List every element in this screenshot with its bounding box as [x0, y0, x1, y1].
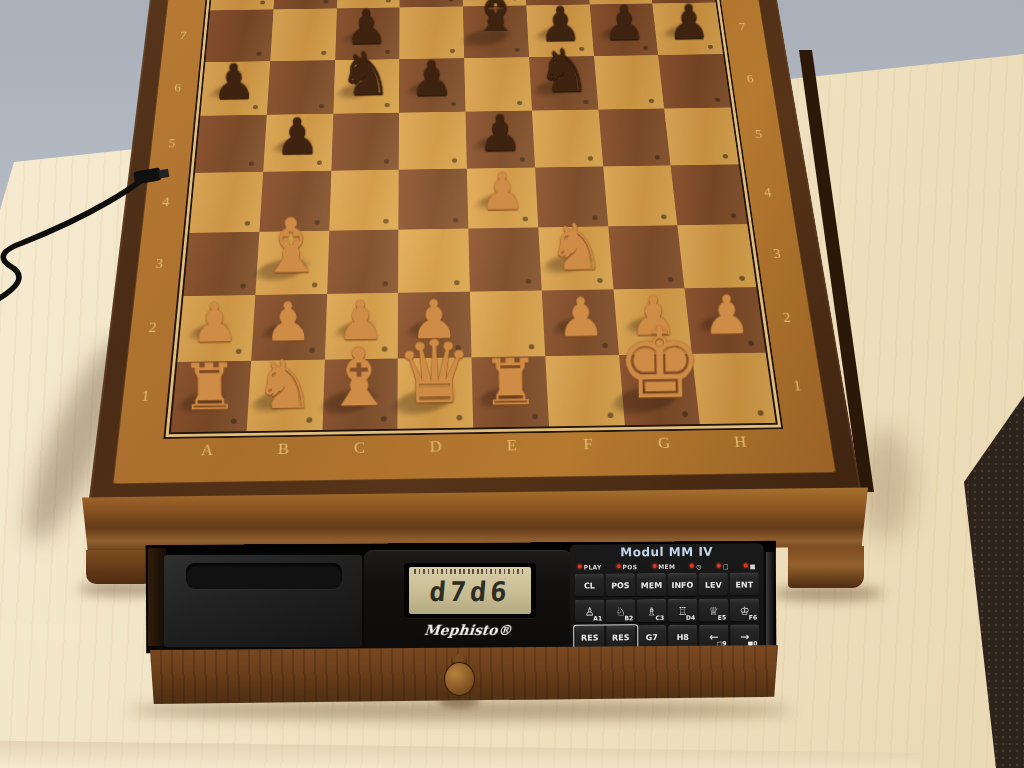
rank-label-7: 7	[173, 29, 194, 41]
keypad-module: Modul MM IV PLAYPOSMEM◷□■ CLPOSMEMINFOLE…	[570, 543, 765, 656]
key-LEV[interactable]: LEV	[699, 573, 728, 597]
square-a1[interactable]	[171, 361, 251, 432]
led-□: □	[717, 562, 729, 569]
square-d5[interactable]	[399, 112, 467, 170]
square-f6[interactable]	[529, 56, 598, 111]
square-c5[interactable]	[331, 113, 399, 171]
key-label: CL	[584, 581, 595, 590]
key-label: ENT	[736, 580, 754, 589]
rank-label-3: 3	[765, 246, 789, 261]
file-label-b: B	[271, 440, 295, 459]
square-a4[interactable]	[189, 172, 263, 233]
key-MEM[interactable]: MEM	[637, 573, 666, 597]
led-label: ■	[750, 562, 756, 569]
rank-label-3: 3	[148, 256, 171, 271]
rank-label-2: 2	[775, 310, 800, 326]
led-dot-icon	[717, 564, 721, 568]
square-g5[interactable]	[598, 109, 671, 167]
led-dot-icon	[744, 563, 748, 567]
key-label: H8	[677, 632, 689, 641]
rank-label-6: 6	[739, 73, 761, 86]
file-label-f: F	[576, 435, 601, 454]
led-■: ■	[744, 562, 756, 569]
key-sublabel: B2	[624, 614, 633, 621]
led-indicator-row: PLAYPOSMEM◷□■	[578, 560, 756, 571]
square-a3[interactable]	[184, 232, 260, 296]
rank-label-5: 5	[747, 128, 770, 141]
square-b5[interactable]	[263, 114, 333, 172]
square-h1[interactable]	[692, 353, 776, 424]
square-c6[interactable]	[333, 59, 400, 114]
square-e5[interactable]	[465, 111, 534, 169]
square-c4[interactable]	[329, 170, 399, 231]
key-label: G7	[646, 633, 658, 642]
drawer-knob[interactable]	[444, 654, 474, 704]
key-B2[interactable]: ♘B2	[606, 599, 635, 623]
rank-label-5: 5	[161, 137, 183, 150]
keypad-keys: CLPOSMEMINFOLEVENT♙A1♘B2♗C3♖D4♕E5♔F6RESR…	[575, 572, 760, 649]
lcd-contact-strip	[414, 569, 526, 574]
lcd-module: d7d6 Mephisto®	[364, 550, 572, 650]
square-b2[interactable]	[251, 293, 327, 361]
file-label-g: G	[651, 434, 676, 453]
square-f2[interactable]	[541, 289, 618, 356]
rank-label-4: 4	[756, 186, 779, 200]
led-label: □	[723, 562, 729, 569]
key-CL[interactable]: CL	[575, 573, 604, 597]
led-label: POS	[623, 563, 638, 570]
square-f3[interactable]	[538, 226, 613, 290]
square-b6[interactable]	[267, 60, 335, 115]
square-f7[interactable]	[526, 4, 593, 56]
square-d4[interactable]	[399, 169, 469, 230]
square-h3[interactable]	[678, 224, 757, 288]
key-□9[interactable]: ←□9	[699, 625, 728, 649]
module-title: Modul MM IV	[570, 544, 764, 559]
knob-face	[444, 662, 475, 696]
square-d7[interactable]	[399, 6, 464, 59]
piece-storage-tray[interactable]	[164, 555, 362, 647]
led-label: MEM	[658, 562, 675, 569]
square-d1[interactable]	[398, 358, 474, 429]
key-sublabel: A1	[593, 614, 602, 621]
square-e2[interactable]	[470, 290, 545, 357]
key-sublabel: □9	[716, 640, 726, 647]
file-label-e: E	[500, 436, 524, 455]
square-e7[interactable]	[463, 5, 529, 58]
square-h5[interactable]	[664, 108, 738, 166]
key-G7[interactable]: G7	[637, 625, 666, 649]
square-g2[interactable]	[613, 288, 692, 355]
led-◷: ◷	[690, 562, 702, 569]
file-label-h: H	[727, 433, 753, 452]
key-D4[interactable]: ♖D4	[668, 599, 697, 623]
square-a6[interactable]	[200, 61, 270, 116]
key-label: POS	[611, 581, 629, 590]
key-INFO[interactable]: INFO	[668, 573, 697, 597]
square-h4[interactable]	[671, 164, 747, 225]
square-f5[interactable]	[532, 110, 603, 168]
square-e1[interactable]	[472, 356, 549, 427]
key-sublabel: D4	[686, 614, 695, 621]
square-h6[interactable]	[658, 54, 730, 109]
square-b7[interactable]	[270, 8, 336, 61]
led-POS: POS	[617, 563, 638, 570]
square-g4[interactable]	[603, 165, 678, 226]
square-a5[interactable]	[195, 115, 267, 173]
square-a7[interactable]	[205, 9, 273, 62]
key-POS[interactable]: POS	[606, 573, 635, 597]
led-MEM: MEM	[652, 562, 675, 569]
key-label: MEM	[641, 581, 662, 590]
cabinet-corner-left	[86, 550, 148, 584]
square-g1[interactable]	[619, 354, 700, 425]
cabinet-corner-right	[788, 546, 864, 588]
square-e3[interactable]	[468, 227, 541, 291]
rank-label-7: 7	[731, 21, 753, 33]
square-c1[interactable]	[322, 359, 398, 430]
led-PLAY: PLAY	[578, 563, 602, 570]
key-RES[interactable]: RES	[606, 625, 635, 649]
square-d2[interactable]	[398, 291, 472, 358]
file-label-a: A	[195, 441, 220, 460]
square-b1[interactable]	[246, 360, 324, 431]
lcd-screen: d7d6	[409, 567, 531, 614]
key-label: RES	[581, 633, 598, 642]
square-c3[interactable]	[327, 229, 399, 293]
lcd-bezel: d7d6	[404, 563, 536, 618]
led-dot-icon	[578, 565, 582, 569]
drawer-rail	[766, 552, 774, 646]
led-dot-icon	[652, 564, 656, 568]
square-f4[interactable]	[535, 166, 608, 227]
square-e6[interactable]	[464, 57, 532, 112]
key-sublabel: F6	[749, 613, 757, 620]
square-g3[interactable]	[608, 225, 685, 289]
key-H8[interactable]: H8	[668, 625, 697, 649]
square-f1[interactable]	[545, 355, 624, 426]
rank-label-2: 2	[141, 320, 165, 336]
led-dot-icon	[617, 564, 621, 568]
square-b3[interactable]	[255, 231, 329, 295]
square-e4[interactable]	[467, 168, 538, 229]
rank-label-6: 6	[167, 82, 189, 95]
square-d6[interactable]	[399, 58, 465, 113]
board-squares	[171, 0, 776, 432]
file-label-d: D	[424, 437, 448, 456]
key-F6[interactable]: ♔F6	[730, 598, 759, 622]
key-E5[interactable]: ♕E5	[699, 599, 728, 623]
square-a2[interactable]	[177, 295, 255, 363]
key-ENT[interactable]: ENT	[730, 572, 759, 596]
key-C3[interactable]: ♗C3	[637, 599, 666, 623]
lcd-move-display: d7d6	[408, 576, 533, 607]
tray-handle-groove	[186, 563, 342, 589]
led-label: ◷	[696, 562, 702, 569]
key-label: INFO	[671, 580, 693, 589]
square-c7[interactable]	[335, 7, 400, 60]
square-b4[interactable]	[259, 171, 331, 232]
square-c2[interactable]	[324, 292, 398, 360]
key-sublabel: E5	[718, 614, 726, 621]
square-h7[interactable]	[652, 2, 723, 54]
key-sublabel: C3	[656, 614, 665, 621]
lcd-brand-text: Mephisto®	[363, 622, 573, 638]
rank-label-1: 1	[785, 378, 810, 395]
key-A1[interactable]: ♙A1	[575, 599, 604, 623]
key-label: RES	[612, 633, 629, 642]
key-RES[interactable]: RES	[575, 625, 604, 649]
knob-shadow	[439, 696, 479, 708]
key-label: LEV	[705, 580, 722, 589]
led-label: PLAY	[584, 563, 602, 570]
rank-label-4: 4	[154, 195, 177, 209]
square-g7[interactable]	[589, 3, 658, 55]
key-■0[interactable]: →■0	[730, 624, 759, 648]
file-label-c: C	[347, 439, 371, 458]
led-dot-icon	[690, 564, 694, 568]
square-d3[interactable]	[398, 228, 470, 292]
square-g6[interactable]	[594, 55, 665, 110]
square-h2[interactable]	[685, 287, 766, 354]
rank-label-1: 1	[133, 388, 158, 405]
